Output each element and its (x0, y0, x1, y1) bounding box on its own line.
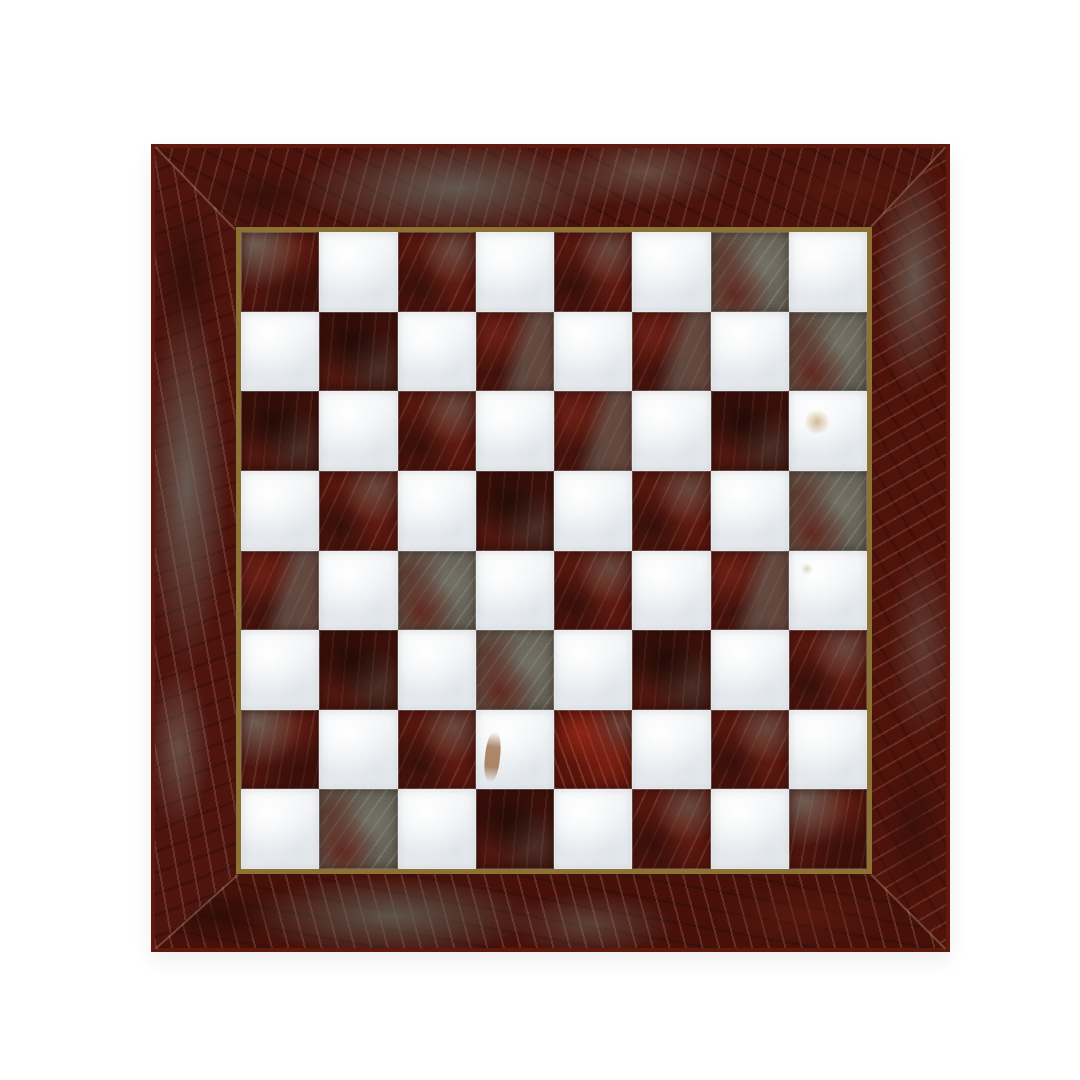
square-r6c6-dark[interactable] (632, 630, 710, 710)
square-r8c1-light[interactable] (241, 789, 319, 869)
square-r7c3-dark[interactable] (398, 710, 476, 790)
square-r3c5-dark[interactable] (554, 391, 632, 471)
square-r7c8-light[interactable] (789, 710, 867, 790)
square-r6c2-dark[interactable] (319, 630, 397, 710)
square-r5c8-light[interactable] (789, 551, 867, 631)
square-r6c8-dark[interactable] (789, 630, 867, 710)
square-r8c6-dark[interactable] (632, 789, 710, 869)
square-r4c6-dark[interactable] (632, 471, 710, 551)
square-r5c1-dark[interactable] (241, 551, 319, 631)
square-r8c8-dark[interactable] (789, 789, 867, 869)
square-r2c5-light[interactable] (554, 312, 632, 392)
square-r4c4-dark[interactable] (476, 471, 554, 551)
square-r2c1-light[interactable] (241, 312, 319, 392)
square-r5c3-dark[interactable] (398, 551, 476, 631)
square-r3c1-dark[interactable] (241, 391, 319, 471)
square-r8c2-dark[interactable] (319, 789, 397, 869)
square-r7c2-light[interactable] (319, 710, 397, 790)
square-r4c5-light[interactable] (554, 471, 632, 551)
square-r1c3-dark[interactable] (398, 232, 476, 312)
square-r3c3-dark[interactable] (398, 391, 476, 471)
square-r6c4-dark[interactable] (476, 630, 554, 710)
square-r4c2-dark[interactable] (319, 471, 397, 551)
square-r5c2-light[interactable] (319, 551, 397, 631)
board-grid (241, 232, 867, 869)
square-r2c3-light[interactable] (398, 312, 476, 392)
square-r3c2-light[interactable] (319, 391, 397, 471)
square-r6c5-light[interactable] (554, 630, 632, 710)
square-r1c5-dark[interactable] (554, 232, 632, 312)
square-r3c8-light[interactable] (789, 391, 867, 471)
square-r1c4-light[interactable] (476, 232, 554, 312)
square-r7c4-light[interactable] (476, 710, 554, 790)
square-r1c2-light[interactable] (319, 232, 397, 312)
square-r8c7-light[interactable] (711, 789, 789, 869)
square-r7c7-dark[interactable] (711, 710, 789, 790)
chess-board (151, 144, 950, 952)
square-r4c1-light[interactable] (241, 471, 319, 551)
square-r2c7-light[interactable] (711, 312, 789, 392)
square-r1c7-dark[interactable] (711, 232, 789, 312)
square-r2c6-dark[interactable] (632, 312, 710, 392)
photo-background (0, 0, 1080, 1080)
square-r6c3-light[interactable] (398, 630, 476, 710)
square-r1c1-dark[interactable] (241, 232, 319, 312)
square-r1c8-light[interactable] (789, 232, 867, 312)
square-r6c7-light[interactable] (711, 630, 789, 710)
square-r5c6-light[interactable] (632, 551, 710, 631)
square-r5c5-dark[interactable] (554, 551, 632, 631)
square-r8c3-light[interactable] (398, 789, 476, 869)
square-r7c5-dark[interactable] (554, 710, 632, 790)
square-r8c4-dark[interactable] (476, 789, 554, 869)
square-r2c4-dark[interactable] (476, 312, 554, 392)
square-r2c2-dark[interactable] (319, 312, 397, 392)
square-r2c8-dark[interactable] (789, 312, 867, 392)
square-r1c6-light[interactable] (632, 232, 710, 312)
square-r4c8-dark[interactable] (789, 471, 867, 551)
square-r6c1-light[interactable] (241, 630, 319, 710)
square-r8c5-light[interactable] (554, 789, 632, 869)
square-r3c4-light[interactable] (476, 391, 554, 471)
square-r5c7-dark[interactable] (711, 551, 789, 631)
square-r4c3-light[interactable] (398, 471, 476, 551)
square-r5c4-light[interactable] (476, 551, 554, 631)
square-r4c7-light[interactable] (711, 471, 789, 551)
square-r7c1-dark[interactable] (241, 710, 319, 790)
square-r3c7-dark[interactable] (711, 391, 789, 471)
square-r3c6-light[interactable] (632, 391, 710, 471)
square-r7c6-light[interactable] (632, 710, 710, 790)
